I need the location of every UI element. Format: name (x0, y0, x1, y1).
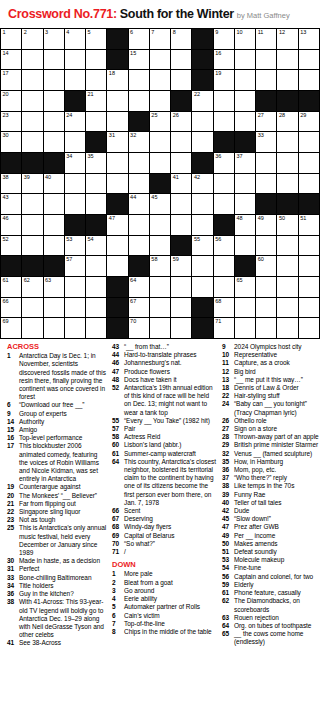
cell-r11c6[interactable] (107, 236, 127, 256)
cell-r15c4[interactable] (65, 318, 85, 338)
cell-r14c3[interactable] (44, 298, 64, 318)
cell-r10c9[interactable] (171, 215, 191, 235)
cell-r13c5[interactable] (86, 277, 106, 297)
clue-down-10: 10Representative (222, 351, 320, 359)
cell-r11c1[interactable]: 52 (1, 236, 21, 256)
cell-r13c15[interactable] (299, 277, 319, 297)
cell-r7c11[interactable]: 36 (214, 153, 234, 173)
clue-text: Title holders (19, 582, 107, 590)
cell-r7c12[interactable]: 37 (235, 153, 255, 173)
clue-number: 43 (112, 343, 124, 351)
cell-r11c5[interactable]: 54 (86, 236, 106, 256)
cell-r8c13[interactable] (256, 174, 276, 194)
cell-r13c4[interactable] (65, 277, 85, 297)
clue-number: 38 (222, 482, 234, 490)
cell-r6c1[interactable]: 30 (1, 132, 21, 152)
cell-r1c4[interactable]: 4 (65, 29, 85, 49)
cell-r7c9[interactable] (171, 153, 191, 173)
cell-number: 38 (3, 174, 9, 181)
across-header: ACROSS (7, 343, 107, 351)
clue-down-56: 56Captain and colonel, for two (222, 573, 320, 581)
cell-r5c1[interactable]: 23 (1, 112, 21, 132)
cell-r11c12[interactable] (235, 236, 255, 256)
clue-number: 62 (222, 597, 234, 613)
cell-r15c13[interactable] (256, 318, 276, 338)
cell-r1c2[interactable]: 2 (22, 29, 42, 49)
cell-number: 57 (66, 256, 72, 263)
cell-r15c1[interactable]: 69 (1, 318, 21, 338)
cell-r5c5[interactable] (86, 112, 106, 132)
clues-column-1: ACROSS 1Antarctica Day is Dec. 1; in Nov… (7, 343, 107, 648)
clue-number: 65 (222, 630, 234, 646)
clue-number: 9 (222, 343, 234, 351)
cell-r15c2[interactable] (22, 318, 42, 338)
cell-r14c12[interactable] (235, 298, 255, 318)
cell-r12c3-black (44, 256, 64, 276)
cell-r4c14-black (277, 91, 297, 111)
cell-number: 62 (24, 277, 30, 284)
cell-r2c12[interactable] (235, 50, 255, 70)
cell-r11c15[interactable] (299, 236, 319, 256)
clue-across-30: 30Made in haste, as a decision (7, 557, 107, 565)
cell-r8c7[interactable] (129, 174, 149, 194)
cell-r5c13[interactable]: 27 (256, 112, 276, 132)
cell-r2c3[interactable] (44, 50, 64, 70)
cell-r14c4[interactable] (65, 298, 85, 318)
cell-r14c13[interactable] (256, 298, 276, 318)
cell-r8c15[interactable] (299, 174, 319, 194)
cell-r8c10[interactable]: 42 (192, 174, 212, 194)
clue-down-26: 26Othello role (222, 417, 320, 425)
cell-r7c8[interactable] (150, 153, 170, 173)
clue-down-50: 50Makes amends (222, 540, 320, 548)
cell-r10c8[interactable] (150, 215, 170, 235)
clue-across-60: 60Lisbon’s land (abbr.) (112, 441, 217, 449)
cell-r3c15[interactable] (299, 70, 319, 90)
cell-r14c8[interactable] (150, 298, 170, 318)
cell-r9c5[interactable] (86, 194, 106, 214)
cell-r1c12[interactable]: 10 (235, 29, 255, 49)
cell-r12c11[interactable] (214, 256, 234, 276)
clue-text: The Diamondbacks, on scoreboards (234, 597, 320, 613)
clue-text: Deserving (124, 515, 217, 523)
cell-r14c5[interactable] (86, 298, 106, 318)
cell-r2c4[interactable] (65, 50, 85, 70)
cell-r7c6[interactable] (107, 153, 127, 173)
across-list-1: 1Antarctica Day is Dec. 1; in November, … (7, 352, 107, 647)
cell-r12c10[interactable] (192, 256, 212, 276)
clue-across-25: 25This is Antarctica’s only annual music… (7, 524, 107, 557)
puzzle-title: South for the Winter (120, 7, 234, 21)
clue-text: More pale (124, 570, 217, 578)
cell-r3c12[interactable] (235, 70, 255, 90)
cell-number: 18 (109, 70, 115, 77)
clue-across-57: 57Pair (112, 425, 217, 433)
cell-number: 13 (300, 29, 306, 36)
cell-r4c5[interactable]: 21 (86, 91, 106, 111)
cell-number: 41 (173, 174, 179, 181)
cell-r15c7[interactable]: 70 (129, 318, 149, 338)
cell-r1c13[interactable]: 11 (256, 29, 276, 49)
clue-down-3: 3Go around (112, 587, 217, 595)
cell-r5c4[interactable]: 24 (65, 112, 85, 132)
cell-r14c7[interactable]: 67 (129, 298, 149, 318)
cell-number: 15 (130, 50, 136, 57)
clue-down-53: 53Molecule makeup (222, 556, 320, 564)
cell-r15c5[interactable] (86, 318, 106, 338)
cell-r10c15[interactable]: 51 (299, 215, 319, 235)
cell-r8c1[interactable]: 38 (1, 174, 21, 194)
cell-r3c11[interactable]: 19 (214, 70, 234, 90)
cell-r3c6[interactable]: 18 (107, 70, 127, 90)
cell-r3c14[interactable] (277, 70, 297, 90)
clue-number: 38 (7, 598, 19, 639)
cell-r13c3[interactable]: 63 (44, 277, 64, 297)
cell-r3c13[interactable] (256, 70, 276, 90)
cell-r4c1[interactable]: 20 (1, 91, 21, 111)
clue-number: 42 (222, 507, 234, 515)
cell-r14c15[interactable] (299, 298, 319, 318)
cell-r8c3[interactable]: 40 (44, 174, 64, 194)
cell-r5c3[interactable] (44, 112, 64, 132)
cell-r12c13[interactable]: 60 (256, 256, 276, 276)
cell-r14c11[interactable]: 68 (214, 298, 234, 318)
clue-number: 48 (112, 376, 124, 384)
cell-r9c6-black (107, 194, 127, 214)
cell-r15c10-black (192, 318, 212, 338)
clue-text: Big bird (234, 368, 320, 376)
cell-r9c8[interactable]: 45 (150, 194, 170, 214)
clue-down-27: 27Sign on a store (222, 425, 320, 433)
cell-r7c4[interactable]: 34 (65, 153, 85, 173)
cell-r8c12[interactable] (235, 174, 255, 194)
cell-number: 24 (66, 112, 72, 119)
cell-number: 28 (279, 112, 285, 119)
clue-text: Scent (124, 507, 217, 515)
clue-text: “Slow down!” (234, 515, 320, 523)
cell-number: 8 (173, 29, 176, 36)
cell-r14c1[interactable]: 66 (1, 298, 21, 318)
cell-r10c1[interactable]: 46 (1, 215, 21, 235)
cell-r12c14[interactable] (277, 256, 297, 276)
cell-r3c1[interactable]: 17 (1, 70, 21, 90)
cell-r6c15[interactable] (299, 132, 319, 152)
cell-r15c8[interactable] (150, 318, 170, 338)
cell-r2c15[interactable] (299, 50, 319, 70)
cell-r15c12[interactable] (235, 318, 255, 338)
cell-number: 7 (151, 29, 154, 36)
cell-r2c1[interactable]: 14 (1, 50, 21, 70)
cell-r2c7[interactable]: 15 (129, 50, 149, 70)
cell-number: 5 (88, 29, 91, 36)
cell-r2c13[interactable] (256, 50, 276, 70)
clue-number: 40 (222, 499, 234, 507)
cell-r6c9[interactable] (171, 132, 191, 152)
cell-number: 59 (173, 256, 179, 263)
clue-text: Venus __ (famed sculpture) (234, 450, 320, 458)
clue-down-7: 7Top-of-the-line (112, 620, 217, 628)
cell-r13c8[interactable] (150, 277, 170, 297)
cell-r5c14[interactable]: 28 (277, 112, 297, 132)
cell-r13c2[interactable]: 62 (22, 277, 42, 297)
cell-r15c14[interactable] (277, 318, 297, 338)
clue-text: Group of experts (19, 410, 107, 418)
clue-text: Antarctica Day is Dec. 1; in November, s… (19, 352, 107, 401)
cell-r4c15-black (299, 91, 319, 111)
cell-r11c8[interactable] (150, 236, 170, 256)
cell-r11c11[interactable]: 56 (214, 236, 234, 256)
clue-number: 37 (222, 474, 234, 482)
cell-r15c11[interactable]: 71 (214, 318, 234, 338)
cell-r3c7[interactable] (129, 70, 149, 90)
cell-r7c7[interactable] (129, 153, 149, 173)
clue-text: Defeat soundly (234, 548, 320, 556)
clue-text: Lisbon’s land (abbr.) (124, 441, 217, 449)
cell-r9c4[interactable] (65, 194, 85, 214)
cell-r13c1[interactable]: 61 (1, 277, 21, 297)
cell-r6c8[interactable] (150, 132, 170, 152)
cell-r4c10[interactable]: 22 (192, 91, 212, 111)
cell-r12c15[interactable] (299, 256, 319, 276)
puzzle-series-label: Crossword No.771: (8, 7, 117, 21)
cell-r13c11[interactable] (214, 277, 234, 297)
cell-r7c13[interactable] (256, 153, 276, 173)
clue-text: “Baby can __ you tonight” (Tracy Chapman… (234, 400, 320, 416)
cell-r2c9[interactable] (171, 50, 191, 70)
cell-r1c3[interactable]: 3 (44, 29, 64, 49)
cell-r4c8[interactable] (150, 91, 170, 111)
cell-number: 32 (130, 132, 136, 139)
cell-r2c11[interactable]: 16 (214, 50, 234, 70)
clue-text: Chips in the middle of the table (124, 628, 217, 636)
clue-across-52: 52Antarctica’s 19th annual edition of th… (112, 384, 217, 417)
cell-r1c1[interactable]: 1 (1, 29, 21, 49)
cell-r14c14[interactable] (277, 298, 297, 318)
cell-r7c14[interactable] (277, 153, 297, 173)
cell-r14c2[interactable] (22, 298, 42, 318)
cell-r6c7[interactable]: 32 (129, 132, 149, 152)
cell-r8c5[interactable] (86, 174, 106, 194)
cell-r3c4[interactable] (65, 70, 85, 90)
cell-r10c2[interactable] (22, 215, 42, 235)
cell-r11c7[interactable] (129, 236, 149, 256)
cell-r15c3[interactable] (44, 318, 64, 338)
cell-r11c13[interactable] (256, 236, 276, 256)
cell-r3c2[interactable] (22, 70, 42, 90)
cell-r15c9[interactable] (171, 318, 191, 338)
clue-number: 10 (222, 351, 234, 359)
cell-r10c10[interactable] (192, 215, 212, 235)
cell-number: 71 (215, 318, 221, 325)
cell-r9c12[interactable] (235, 194, 255, 214)
cell-number: 65 (236, 277, 242, 284)
clue-across-70: 70“So what?” (112, 540, 217, 548)
clue-text: Cain’s victim (124, 612, 217, 620)
cell-number: 54 (88, 236, 94, 243)
clue-number: 15 (7, 426, 19, 434)
cell-r5c11[interactable] (214, 112, 234, 132)
clue-text: __ the cows come home (endlessly) (234, 630, 320, 646)
cell-r1c9[interactable]: 8 (171, 29, 191, 49)
cell-r9c7[interactable]: 44 (129, 194, 149, 214)
clue-across-43: 43“__ from that…” (112, 343, 217, 351)
cell-r13c9[interactable] (171, 277, 191, 297)
clue-number: 26 (222, 417, 234, 425)
cell-r4c7[interactable] (129, 91, 149, 111)
cell-r10c3[interactable] (44, 215, 64, 235)
cell-r9c3[interactable] (44, 194, 64, 214)
clue-text: The Monkees’ “__ Believer” (19, 492, 107, 500)
cell-number: 37 (236, 153, 242, 160)
cell-r3c8[interactable] (150, 70, 170, 90)
cell-r3c5[interactable] (86, 70, 106, 90)
clue-number: 21 (7, 500, 19, 508)
cell-r5c8[interactable]: 25 (150, 112, 170, 132)
cell-r9c11[interactable] (214, 194, 234, 214)
cell-r6c6[interactable]: 31 (107, 132, 127, 152)
clue-down-59: 59Elderly (222, 581, 320, 589)
cell-r11c10[interactable]: 55 (192, 236, 212, 256)
clue-text: Fine-tune (234, 564, 320, 572)
cell-r1c7[interactable]: 6 (129, 29, 149, 49)
cell-r13c13[interactable] (256, 277, 276, 297)
cell-r10c14[interactable]: 50 (277, 215, 297, 235)
cell-number: 63 (45, 277, 51, 284)
cell-r9c2[interactable] (22, 194, 42, 214)
clue-number: 1 (112, 570, 124, 578)
cell-number: 22 (194, 91, 200, 98)
cell-r6c13[interactable]: 33 (256, 132, 276, 152)
clue-text: British prime minister Starmer (234, 441, 320, 449)
cell-r9c10[interactable] (192, 194, 212, 214)
clue-number: 19 (7, 483, 19, 491)
cell-number: 10 (236, 29, 242, 36)
clue-across-55: 55“Every __ You Take” (1982 hit) (112, 417, 217, 425)
cell-r15c15[interactable] (299, 318, 319, 338)
clue-text: Perfect (19, 565, 107, 573)
cell-number: 56 (215, 236, 221, 243)
clues-column-2: 43“__ from that…”44Hard-to-translate phr… (112, 343, 217, 648)
cell-r5c12[interactable] (235, 112, 255, 132)
clue-text: This blockbuster 2006 animated comedy, f… (19, 442, 107, 483)
clue-text: Antarctica’s 19th annual edition of this… (124, 384, 217, 417)
clue-down-22: 22Hair-styling stuff (222, 392, 320, 400)
cell-r6c4[interactable] (65, 132, 85, 152)
cell-r1c14[interactable]: 12 (277, 29, 297, 49)
cell-r13c14[interactable] (277, 277, 297, 297)
cell-r4c12[interactable] (235, 91, 255, 111)
clue-down-32: 32Venus __ (famed sculpture) (222, 450, 320, 458)
clue-text: “So what?” (124, 540, 217, 548)
clue-text: Per __ income (234, 532, 320, 540)
cell-r5c7-black (129, 112, 149, 132)
cell-r5c6[interactable] (107, 112, 127, 132)
cell-r13c10[interactable] (192, 277, 212, 297)
clue-number: 63 (222, 614, 234, 622)
cell-r7c5[interactable]: 35 (86, 153, 106, 173)
cell-r2c2[interactable] (22, 50, 42, 70)
clue-number: 45 (222, 515, 234, 523)
cell-r3c3[interactable] (44, 70, 64, 90)
cell-r14c9[interactable] (171, 298, 191, 318)
clue-number: 60 (112, 441, 124, 449)
cell-r5c9[interactable]: 26 (171, 112, 191, 132)
clue-text: Bone-chilling Baltimorean (19, 574, 107, 582)
cell-r10c7[interactable] (129, 215, 149, 235)
cell-r8c14[interactable] (277, 174, 297, 194)
cell-r5c15[interactable]: 29 (299, 112, 319, 132)
cell-r6c3[interactable] (44, 132, 64, 152)
cell-r12c4[interactable]: 57 (65, 256, 85, 276)
clue-number: 17 (7, 442, 19, 483)
cell-r4c11[interactable] (214, 91, 234, 111)
cell-r6c10[interactable] (192, 132, 212, 152)
cell-r11c2[interactable] (22, 236, 42, 256)
clue-across-41: 41See 38-Across (7, 639, 107, 647)
cell-r1c15[interactable]: 13 (299, 29, 319, 49)
cell-r12c9[interactable]: 59 (171, 256, 191, 276)
cell-r5c10[interactable] (192, 112, 212, 132)
clue-across-36: 36Guy in the kitchen? (7, 590, 107, 598)
cell-r12c8[interactable]: 58 (150, 256, 170, 276)
cell-r9c1[interactable]: 43 (1, 194, 21, 214)
cell-r6c2[interactable] (22, 132, 42, 152)
cell-r8c4[interactable] (65, 174, 85, 194)
cell-r2c8[interactable] (150, 50, 170, 70)
cell-r4c3[interactable] (44, 91, 64, 111)
cell-r10c6[interactable]: 47 (107, 215, 127, 235)
cell-r9c9[interactable] (171, 194, 191, 214)
cell-r2c5[interactable] (86, 50, 106, 70)
cell-r4c6[interactable] (107, 91, 127, 111)
cell-r11c3[interactable] (44, 236, 64, 256)
cell-r3c9[interactable] (171, 70, 191, 90)
cell-r8c6[interactable] (107, 174, 127, 194)
cell-r5c2[interactable] (22, 112, 42, 132)
clue-number: 67 (112, 515, 124, 523)
cell-number: 27 (258, 112, 264, 119)
cell-r12c12-black (235, 256, 255, 276)
cell-r2c14[interactable] (277, 50, 297, 70)
cell-r13c7[interactable]: 64 (129, 277, 149, 297)
cell-r11c4[interactable]: 53 (65, 236, 85, 256)
clue-number: 28 (222, 433, 234, 441)
cell-r7c1-black (1, 153, 21, 173)
clue-number: 59 (222, 581, 234, 589)
cell-r7c15[interactable] (299, 153, 319, 173)
cell-r4c2[interactable] (22, 91, 42, 111)
clue-text: Dude (234, 507, 320, 515)
cell-r6c14[interactable] (277, 132, 297, 152)
cell-r8c11[interactable] (214, 174, 234, 194)
cell-r1c11[interactable]: 9 (214, 29, 234, 49)
cell-r11c14[interactable] (277, 236, 297, 256)
cell-r1c5[interactable]: 5 (86, 29, 106, 49)
cell-r12c6[interactable] (107, 256, 127, 276)
cell-r8c2[interactable]: 39 (22, 174, 42, 194)
cell-r8c8-black (150, 174, 170, 194)
cell-number: 6 (130, 29, 133, 36)
cell-r12c5[interactable] (86, 256, 106, 276)
clue-down-40: 40Teller of tall tales (222, 499, 320, 507)
cell-r1c8[interactable]: 7 (150, 29, 170, 49)
cell-r10c12[interactable]: 48 (235, 215, 255, 235)
cell-r10c13[interactable]: 49 (256, 215, 276, 235)
cell-r8c9[interactable]: 41 (171, 174, 191, 194)
clue-number: 12 (222, 368, 234, 376)
cell-r13c12[interactable]: 65 (235, 277, 255, 297)
clue-down-51: 51Defeat soundly (222, 548, 320, 556)
